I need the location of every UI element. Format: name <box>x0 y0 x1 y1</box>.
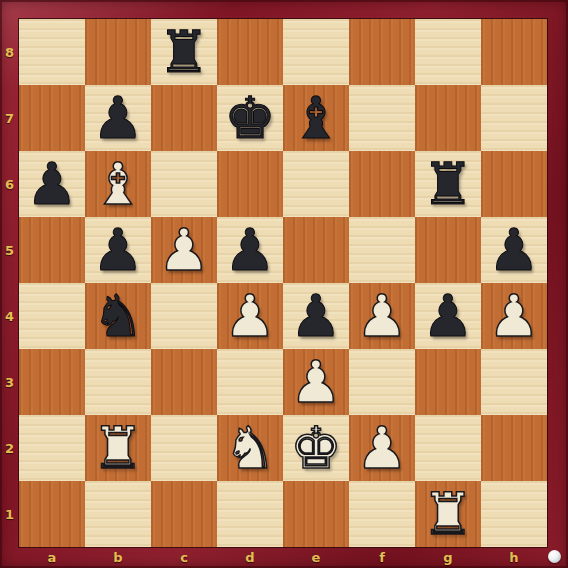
square-d6[interactable] <box>217 151 283 217</box>
square-e2[interactable]: ♚ <box>283 415 349 481</box>
rank-label-5: 5 <box>0 217 19 283</box>
piece-black-pawn-h5[interactable]: ♟ <box>488 217 540 283</box>
square-f4[interactable]: ♟ <box>349 283 415 349</box>
square-c5[interactable]: ♟ <box>151 217 217 283</box>
piece-black-knight-b4[interactable]: ♞ <box>92 283 144 349</box>
square-e6[interactable] <box>283 151 349 217</box>
square-h5[interactable]: ♟ <box>481 217 547 283</box>
square-g7[interactable] <box>415 85 481 151</box>
square-b1[interactable] <box>85 481 151 547</box>
piece-black-rook-c8[interactable]: ♜ <box>158 19 210 85</box>
piece-black-pawn-b7[interactable]: ♟ <box>92 85 144 151</box>
square-g3[interactable] <box>415 349 481 415</box>
square-b2[interactable]: ♜ <box>85 415 151 481</box>
file-label-h: h <box>481 547 547 568</box>
piece-white-pawn-h4[interactable]: ♟ <box>488 283 540 349</box>
square-h2[interactable] <box>481 415 547 481</box>
square-a3[interactable] <box>19 349 85 415</box>
square-b6[interactable]: ♝ <box>85 151 151 217</box>
square-d2[interactable]: ♞ <box>217 415 283 481</box>
piece-white-rook-g1[interactable]: ♜ <box>422 481 474 547</box>
file-label-f: f <box>349 547 415 568</box>
rank-label-1: 1 <box>0 481 19 547</box>
square-g4[interactable]: ♟ <box>415 283 481 349</box>
square-h8[interactable] <box>481 19 547 85</box>
square-f8[interactable] <box>349 19 415 85</box>
square-a1[interactable] <box>19 481 85 547</box>
square-h4[interactable]: ♟ <box>481 283 547 349</box>
rank-label-3: 3 <box>0 349 19 415</box>
file-label-e: e <box>283 547 349 568</box>
square-g6[interactable]: ♜ <box>415 151 481 217</box>
piece-black-pawn-d5[interactable]: ♟ <box>224 217 276 283</box>
piece-white-rook-b2[interactable]: ♜ <box>92 415 144 481</box>
square-a4[interactable] <box>19 283 85 349</box>
square-g5[interactable] <box>415 217 481 283</box>
rank-label-6: 6 <box>0 151 19 217</box>
square-c4[interactable] <box>151 283 217 349</box>
square-f1[interactable] <box>349 481 415 547</box>
piece-black-pawn-b5[interactable]: ♟ <box>92 217 144 283</box>
square-g2[interactable] <box>415 415 481 481</box>
file-label-b: b <box>85 547 151 568</box>
piece-white-pawn-c5[interactable]: ♟ <box>158 217 210 283</box>
square-e8[interactable] <box>283 19 349 85</box>
square-c3[interactable] <box>151 349 217 415</box>
square-f2[interactable]: ♟ <box>349 415 415 481</box>
square-a2[interactable] <box>19 415 85 481</box>
piece-black-bishop-e7[interactable]: ♝ <box>290 85 342 151</box>
square-f7[interactable] <box>349 85 415 151</box>
square-f5[interactable] <box>349 217 415 283</box>
square-b8[interactable] <box>85 19 151 85</box>
piece-white-king-e2[interactable]: ♚ <box>290 415 342 481</box>
board: ♜♟♚♝♟♝♜♟♟♟♟♞♟♟♟♟♟♟♜♞♚♟♜ <box>19 19 547 547</box>
file-label-d: d <box>217 547 283 568</box>
square-c8[interactable]: ♜ <box>151 19 217 85</box>
square-a5[interactable] <box>19 217 85 283</box>
square-c7[interactable] <box>151 85 217 151</box>
square-c2[interactable] <box>151 415 217 481</box>
white-to-move-indicator <box>548 550 561 563</box>
square-e5[interactable] <box>283 217 349 283</box>
square-f6[interactable] <box>349 151 415 217</box>
rank-label-2: 2 <box>0 415 19 481</box>
piece-black-pawn-g4[interactable]: ♟ <box>422 283 474 349</box>
file-label-c: c <box>151 547 217 568</box>
square-c6[interactable] <box>151 151 217 217</box>
square-f3[interactable] <box>349 349 415 415</box>
square-d8[interactable] <box>217 19 283 85</box>
square-e3[interactable]: ♟ <box>283 349 349 415</box>
piece-white-pawn-f4[interactable]: ♟ <box>356 283 408 349</box>
square-b3[interactable] <box>85 349 151 415</box>
square-a7[interactable] <box>19 85 85 151</box>
square-b4[interactable]: ♞ <box>85 283 151 349</box>
square-d7[interactable]: ♚ <box>217 85 283 151</box>
chess-board-frame: ♜♟♚♝♟♝♜♟♟♟♟♞♟♟♟♟♟♟♜♞♚♟♜ 87654321 abcdefg… <box>0 0 568 568</box>
piece-black-king-d7[interactable]: ♚ <box>224 85 276 151</box>
square-c1[interactable] <box>151 481 217 547</box>
piece-white-pawn-e3[interactable]: ♟ <box>290 349 342 415</box>
piece-black-pawn-a6[interactable]: ♟ <box>26 151 78 217</box>
rank-label-7: 7 <box>0 85 19 151</box>
square-d1[interactable] <box>217 481 283 547</box>
piece-black-rook-g6[interactable]: ♜ <box>422 151 474 217</box>
piece-white-pawn-f2[interactable]: ♟ <box>356 415 408 481</box>
square-d3[interactable] <box>217 349 283 415</box>
file-label-g: g <box>415 547 481 568</box>
rank-label-8: 8 <box>0 19 19 85</box>
square-d5[interactable]: ♟ <box>217 217 283 283</box>
square-g8[interactable] <box>415 19 481 85</box>
square-d4[interactable]: ♟ <box>217 283 283 349</box>
piece-white-pawn-d4[interactable]: ♟ <box>224 283 276 349</box>
rank-label-4: 4 <box>0 283 19 349</box>
square-a8[interactable] <box>19 19 85 85</box>
piece-white-knight-d2[interactable]: ♞ <box>224 415 276 481</box>
square-h7[interactable] <box>481 85 547 151</box>
square-b7[interactable]: ♟ <box>85 85 151 151</box>
piece-white-bishop-b6[interactable]: ♝ <box>92 151 144 217</box>
square-h1[interactable] <box>481 481 547 547</box>
square-b5[interactable]: ♟ <box>85 217 151 283</box>
square-e1[interactable] <box>283 481 349 547</box>
piece-black-pawn-e4[interactable]: ♟ <box>290 283 342 349</box>
square-a6[interactable]: ♟ <box>19 151 85 217</box>
square-g1[interactable]: ♜ <box>415 481 481 547</box>
square-e4[interactable]: ♟ <box>283 283 349 349</box>
file-label-a: a <box>19 547 85 568</box>
square-h6[interactable] <box>481 151 547 217</box>
square-e7[interactable]: ♝ <box>283 85 349 151</box>
square-h3[interactable] <box>481 349 547 415</box>
